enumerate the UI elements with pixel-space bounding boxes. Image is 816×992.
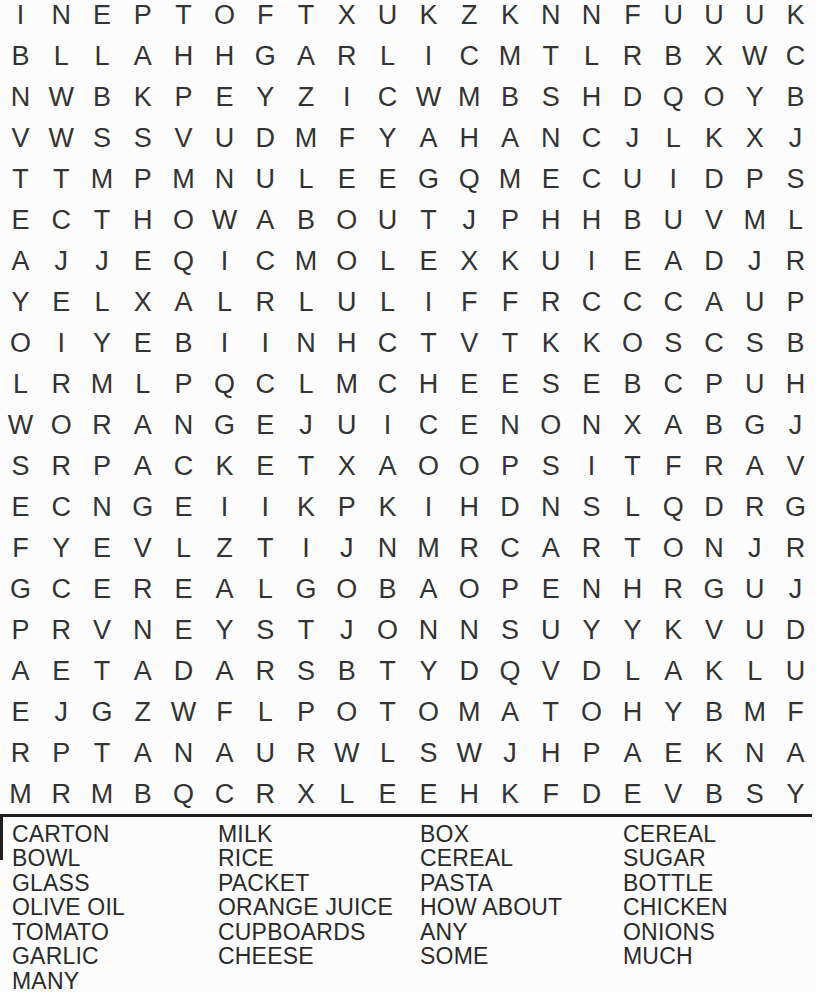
grid-cell-r1c10: U: [367, 0, 408, 36]
grid-cell-r4c14: N: [530, 118, 571, 159]
grid-cell-r9c11: T: [408, 323, 449, 364]
grid-cell-r19c9: W: [326, 733, 367, 774]
grid-cell-r2c19: W: [734, 36, 775, 77]
grid-cell-r5c17: I: [653, 159, 694, 200]
grid-cell-r10c1: L: [0, 364, 41, 405]
grid-cell-r3c9: I: [326, 77, 367, 118]
word-item: CEREAL: [420, 846, 562, 870]
grid-cell-r6c11: T: [408, 200, 449, 241]
grid-cell-r10c12: E: [449, 364, 490, 405]
grid-cell-r1c17: U: [653, 0, 694, 36]
grid-cell-r10c7: C: [245, 364, 286, 405]
word-item: HOW ABOUT: [420, 895, 562, 919]
grid-cell-r8c12: F: [449, 282, 490, 323]
grid-cell-r6c10: U: [367, 200, 408, 241]
grid-cell-r2c18: X: [694, 36, 735, 77]
grid-cell-r15c7: L: [245, 569, 286, 610]
word-list-column-3: BOXCEREALPASTAHOW ABOUTANYSOME: [420, 822, 562, 969]
grid-cell-r13c1: E: [0, 487, 41, 528]
grid-cell-r7c9: O: [326, 241, 367, 282]
grid-cell-r6c9: O: [326, 200, 367, 241]
grid-cell-r8c18: A: [694, 282, 735, 323]
word-item: SOME: [420, 944, 562, 968]
grid-cell-r12c2: R: [41, 446, 82, 487]
grid-cell-r17c15: D: [571, 651, 612, 692]
grid-cell-r14c18: N: [694, 528, 735, 569]
grid-cell-r2c1: B: [0, 36, 41, 77]
grid-cell-r16c10: O: [367, 610, 408, 651]
grid-cell-r17c9: B: [326, 651, 367, 692]
grid-cell-r1c18: U: [694, 0, 735, 36]
grid-cell-r14c5: L: [163, 528, 204, 569]
grid-cell-r17c5: D: [163, 651, 204, 692]
grid-cell-r18c1: E: [0, 692, 41, 733]
grid-cell-r17c7: R: [245, 651, 286, 692]
grid-cell-r4c3: S: [82, 118, 123, 159]
grid-cell-r7c1: A: [0, 241, 41, 282]
grid-cell-r3c15: H: [571, 77, 612, 118]
grid-cell-r8c9: U: [326, 282, 367, 323]
grid-cell-r8c4: X: [122, 282, 163, 323]
grid-cell-r20c12: H: [449, 774, 490, 815]
word-item: BOWL: [12, 846, 125, 870]
grid-cell-r8c5: A: [163, 282, 204, 323]
grid-cell-r12c8: T: [286, 446, 327, 487]
grid-cell-r8c7: R: [245, 282, 286, 323]
grid-cell-r4c12: H: [449, 118, 490, 159]
grid-cell-r20c14: F: [530, 774, 571, 815]
grid-cell-r4c18: K: [694, 118, 735, 159]
grid-cell-r14c2: Y: [41, 528, 82, 569]
grid-cell-r11c7: E: [245, 405, 286, 446]
grid-cell-r11c10: I: [367, 405, 408, 446]
grid-cell-r19c3: T: [82, 733, 123, 774]
grid-cell-r1c20: K: [775, 0, 816, 36]
grid-cell-r7c16: E: [612, 241, 653, 282]
grid-cell-r1c8: T: [286, 0, 327, 36]
grid-cell-r20c7: R: [245, 774, 286, 815]
grid-cell-r5c12: Q: [449, 159, 490, 200]
grid-cell-r15c3: E: [82, 569, 123, 610]
grid-cell-r15c14: E: [530, 569, 571, 610]
grid-cell-r15c17: R: [653, 569, 694, 610]
grid-cell-r20c11: E: [408, 774, 449, 815]
word-item: ANY: [420, 920, 562, 944]
word-item: PASTA: [420, 871, 562, 895]
grid-cell-r15c15: N: [571, 569, 612, 610]
grid-cell-r20c4: B: [122, 774, 163, 815]
grid-cell-r19c7: U: [245, 733, 286, 774]
grid-cell-r11c14: O: [530, 405, 571, 446]
grid-cell-r14c3: E: [82, 528, 123, 569]
grid-cell-r2c5: H: [163, 36, 204, 77]
grid-cell-r10c19: U: [734, 364, 775, 405]
grid-cell-r13c9: P: [326, 487, 367, 528]
grid-cell-r1c2: N: [41, 0, 82, 36]
grid-cell-r10c2: R: [41, 364, 82, 405]
grid-cell-r9c4: E: [122, 323, 163, 364]
grid-cell-r9c20: B: [775, 323, 816, 364]
grid-cell-r10c11: H: [408, 364, 449, 405]
grid-cell-r20c16: E: [612, 774, 653, 815]
grid-cell-r1c4: P: [122, 0, 163, 36]
grid-cell-r13c15: S: [571, 487, 612, 528]
grid-cell-r11c19: G: [734, 405, 775, 446]
grid-cell-r20c1: M: [0, 774, 41, 815]
grid-cell-r18c7: L: [245, 692, 286, 733]
word-item: CHEESE: [218, 944, 393, 968]
grid-cell-r6c4: H: [122, 200, 163, 241]
grid-cell-r15c20: J: [775, 569, 816, 610]
grid-cell-r6c19: M: [734, 200, 775, 241]
grid-cell-r11c12: E: [449, 405, 490, 446]
grid-cell-r18c8: P: [286, 692, 327, 733]
grid-cell-r12c5: C: [163, 446, 204, 487]
word-item: CARTON: [12, 822, 125, 846]
grid-cell-r2c10: L: [367, 36, 408, 77]
grid-cell-r19c20: A: [775, 733, 816, 774]
grid-cell-r6c17: U: [653, 200, 694, 241]
word-item: OLIVE OIL: [12, 895, 125, 919]
grid-cell-r20c10: E: [367, 774, 408, 815]
grid-cell-r20c5: Q: [163, 774, 204, 815]
grid-cell-r16c15: Y: [571, 610, 612, 651]
grid-cell-r17c8: S: [286, 651, 327, 692]
grid-cell-r12c14: S: [530, 446, 571, 487]
grid-cell-r10c13: E: [490, 364, 531, 405]
grid-cell-r5c2: T: [41, 159, 82, 200]
grid-cell-r20c3: M: [82, 774, 123, 815]
grid-cell-r7c15: I: [571, 241, 612, 282]
grid-cell-r6c13: P: [490, 200, 531, 241]
grid-cell-r9c6: I: [204, 323, 245, 364]
grid-cell-r13c3: N: [82, 487, 123, 528]
grid-cell-r3c18: O: [694, 77, 735, 118]
grid-cell-r3c13: B: [490, 77, 531, 118]
word-item: MANY: [12, 969, 125, 992]
grid-cell-r10c16: B: [612, 364, 653, 405]
grid-cell-r20c9: L: [326, 774, 367, 815]
grid-cell-r2c8: A: [286, 36, 327, 77]
grid-cell-r9c16: O: [612, 323, 653, 364]
grid-cell-r13c4: G: [122, 487, 163, 528]
grid-cell-r15c19: U: [734, 569, 775, 610]
grid-cell-r1c6: O: [204, 0, 245, 36]
grid-cell-r14c20: R: [775, 528, 816, 569]
grid-cell-r15c9: O: [326, 569, 367, 610]
grid-cell-r3c4: K: [122, 77, 163, 118]
grid-cell-r19c15: P: [571, 733, 612, 774]
grid-cell-r13c12: H: [449, 487, 490, 528]
grid-cell-r9c19: S: [734, 323, 775, 364]
grid-cell-r14c12: R: [449, 528, 490, 569]
grid-cell-r10c18: P: [694, 364, 735, 405]
grid-cell-r11c18: B: [694, 405, 735, 446]
grid-cell-r11c20: J: [775, 405, 816, 446]
grid-cell-r15c12: O: [449, 569, 490, 610]
grid-cell-r16c20: D: [775, 610, 816, 651]
grid-cell-r17c12: D: [449, 651, 490, 692]
grid-cell-r20c20: Y: [775, 774, 816, 815]
grid-cell-r12c15: I: [571, 446, 612, 487]
grid-cell-r4c13: A: [490, 118, 531, 159]
word-item: MUCH: [623, 944, 728, 968]
grid-cell-r6c18: V: [694, 200, 735, 241]
grid-cell-r3c12: M: [449, 77, 490, 118]
grid-cell-r15c6: A: [204, 569, 245, 610]
grid-cell-r13c20: G: [775, 487, 816, 528]
grid-cell-r10c6: Q: [204, 364, 245, 405]
grid-cell-r19c2: P: [41, 733, 82, 774]
grid-cell-r19c16: A: [612, 733, 653, 774]
grid-cell-r4c20: J: [775, 118, 816, 159]
word-item: CUPBOARDS: [218, 920, 393, 944]
grid-cell-r10c10: C: [367, 364, 408, 405]
grid-cell-r18c16: H: [612, 692, 653, 733]
grid-cell-r5c13: M: [490, 159, 531, 200]
grid-cell-r18c18: B: [694, 692, 735, 733]
grid-cell-r14c10: N: [367, 528, 408, 569]
grid-cell-r1c19: U: [734, 0, 775, 36]
grid-cell-r18c2: J: [41, 692, 82, 733]
grid-cell-r2c2: L: [41, 36, 82, 77]
grid-cell-r3c2: W: [41, 77, 82, 118]
grid-cell-r3c10: C: [367, 77, 408, 118]
grid-cell-r6c2: C: [41, 200, 82, 241]
grid-cell-r5c4: P: [122, 159, 163, 200]
grid-cell-r7c8: M: [286, 241, 327, 282]
grid-cell-r8c17: C: [653, 282, 694, 323]
grid-cell-r9c17: S: [653, 323, 694, 364]
grid-cell-r4c15: C: [571, 118, 612, 159]
grid-cell-r12c10: A: [367, 446, 408, 487]
grid-cell-r17c13: Q: [490, 651, 531, 692]
grid-cell-r3c17: Q: [653, 77, 694, 118]
grid-cell-r2c12: C: [449, 36, 490, 77]
grid-cell-r11c6: G: [204, 405, 245, 446]
grid-cell-r4c7: D: [245, 118, 286, 159]
grid-cell-r7c19: J: [734, 241, 775, 282]
grid-cell-r5c9: E: [326, 159, 367, 200]
grid-cell-r11c5: N: [163, 405, 204, 446]
grid-cell-r18c3: G: [82, 692, 123, 733]
grid-cell-r7c2: J: [41, 241, 82, 282]
grid-cell-r12c20: V: [775, 446, 816, 487]
grid-cell-r6c20: L: [775, 200, 816, 241]
grid-cell-r7c5: Q: [163, 241, 204, 282]
grid-cell-r17c18: K: [694, 651, 735, 692]
grid-cell-r19c18: K: [694, 733, 735, 774]
grid-cell-r18c5: W: [163, 692, 204, 733]
grid-cell-r19c19: N: [734, 733, 775, 774]
grid-cell-r17c16: L: [612, 651, 653, 692]
grid-cell-r7c17: A: [653, 241, 694, 282]
grid-cell-r5c16: U: [612, 159, 653, 200]
grid-cell-r2c7: G: [245, 36, 286, 77]
grid-cell-r15c1: G: [0, 569, 41, 610]
grid-cell-r4c9: F: [326, 118, 367, 159]
grid-cell-r14c9: J: [326, 528, 367, 569]
grid-cell-r12c12: O: [449, 446, 490, 487]
grid-cell-r3c20: B: [775, 77, 816, 118]
grid-cell-r2c17: B: [653, 36, 694, 77]
grid-cell-r3c5: P: [163, 77, 204, 118]
grid-cell-r17c17: A: [653, 651, 694, 692]
grid-cell-r12c4: A: [122, 446, 163, 487]
grid-cell-r6c15: H: [571, 200, 612, 241]
grid-cell-r6c1: E: [0, 200, 41, 241]
grid-cell-r18c9: O: [326, 692, 367, 733]
grid-cell-r13c8: K: [286, 487, 327, 528]
grid-cell-r12c13: P: [490, 446, 531, 487]
grid-cell-r13c2: C: [41, 487, 82, 528]
grid-cell-r15c5: E: [163, 569, 204, 610]
grid-cell-r11c3: R: [82, 405, 123, 446]
grid-cell-r2c13: M: [490, 36, 531, 77]
grid-cell-r8c8: L: [286, 282, 327, 323]
grid-cell-r18c14: T: [530, 692, 571, 733]
grid-cell-r12c6: K: [204, 446, 245, 487]
grid-cell-r18c15: O: [571, 692, 612, 733]
grid-cell-r10c9: M: [326, 364, 367, 405]
grid-cell-r7c20: R: [775, 241, 816, 282]
grid-cell-r19c17: E: [653, 733, 694, 774]
grid-cell-r12c1: S: [0, 446, 41, 487]
word-item: RICE: [218, 846, 393, 870]
grid-cell-r6c3: T: [82, 200, 123, 241]
grid-cell-r10c4: L: [122, 364, 163, 405]
grid-cell-r16c7: S: [245, 610, 286, 651]
grid-cell-r13c17: Q: [653, 487, 694, 528]
grid-cell-r16c5: E: [163, 610, 204, 651]
grid-cell-r9c8: N: [286, 323, 327, 364]
grid-cell-r5c6: N: [204, 159, 245, 200]
grid-cell-r2c3: L: [82, 36, 123, 77]
grid-cell-r5c3: M: [82, 159, 123, 200]
grid-cell-r18c11: O: [408, 692, 449, 733]
grid-cell-r16c6: Y: [204, 610, 245, 651]
grid-cell-r8c14: R: [530, 282, 571, 323]
grid-cell-r16c11: N: [408, 610, 449, 651]
grid-cell-r13c14: N: [530, 487, 571, 528]
grid-cell-r16c13: S: [490, 610, 531, 651]
grid-cell-r2c16: R: [612, 36, 653, 77]
grid-cell-r4c8: M: [286, 118, 327, 159]
grid-cell-r18c4: Z: [122, 692, 163, 733]
grid-cell-r7c7: C: [245, 241, 286, 282]
grid-cell-r6c5: O: [163, 200, 204, 241]
grid-cell-r19c12: W: [449, 733, 490, 774]
grid-cell-r13c16: L: [612, 487, 653, 528]
grid-cell-r14c7: T: [245, 528, 286, 569]
grid-cell-r14c11: M: [408, 528, 449, 569]
word-item: ORANGE JUICE: [218, 895, 393, 919]
grid-cell-r4c1: V: [0, 118, 41, 159]
word-list-column-4: CEREALSUGARBOTTLECHICKENONIONSMUCH: [623, 822, 728, 969]
grid-cell-r3c7: Y: [245, 77, 286, 118]
grid-cell-r8c10: L: [367, 282, 408, 323]
grid-cell-r1c1: I: [0, 0, 41, 36]
word-search-grid: INEPTOFTXUKZKNNFUUUKBLLAHHGARLICMTLRBXWC…: [0, 0, 816, 815]
grid-cell-r12c16: T: [612, 446, 653, 487]
grid-cell-r18c6: F: [204, 692, 245, 733]
grid-cell-r8c15: C: [571, 282, 612, 323]
grid-cell-r13c13: D: [490, 487, 531, 528]
grid-cell-r17c19: L: [734, 651, 775, 692]
word-item: GARLIC: [12, 944, 125, 968]
grid-cell-r20c19: S: [734, 774, 775, 815]
grid-cell-r9c12: V: [449, 323, 490, 364]
grid-cell-r9c13: T: [490, 323, 531, 364]
grid-cell-r11c4: A: [122, 405, 163, 446]
grid-cell-r19c14: H: [530, 733, 571, 774]
grid-cell-r16c9: J: [326, 610, 367, 651]
grid-cell-r15c18: G: [694, 569, 735, 610]
grid-cell-r1c15: N: [571, 0, 612, 36]
grid-cell-r11c13: N: [490, 405, 531, 446]
grid-cell-r14c4: V: [122, 528, 163, 569]
grid-cell-r19c10: L: [367, 733, 408, 774]
grid-cell-r8c11: I: [408, 282, 449, 323]
grid-cell-r12c18: R: [694, 446, 735, 487]
grid-cell-r10c20: H: [775, 364, 816, 405]
grid-cell-r6c14: H: [530, 200, 571, 241]
grid-cell-r18c17: Y: [653, 692, 694, 733]
grid-cell-r10c8: L: [286, 364, 327, 405]
grid-cell-r16c3: V: [82, 610, 123, 651]
grid-cell-r2c9: R: [326, 36, 367, 77]
grid-cell-r7c18: D: [694, 241, 735, 282]
grid-cell-r19c8: R: [286, 733, 327, 774]
grid-cell-r10c14: S: [530, 364, 571, 405]
grid-cell-r12c17: F: [653, 446, 694, 487]
grid-cell-r20c17: V: [653, 774, 694, 815]
grid-cell-r16c1: P: [0, 610, 41, 651]
grid-cell-r1c13: K: [490, 0, 531, 36]
grid-cell-r5c11: G: [408, 159, 449, 200]
grid-cell-r7c6: I: [204, 241, 245, 282]
grid-cell-r17c3: T: [82, 651, 123, 692]
grid-cell-r13c11: I: [408, 487, 449, 528]
grid-cell-r18c10: T: [367, 692, 408, 733]
grid-cell-r19c13: J: [490, 733, 531, 774]
grid-cell-r17c2: E: [41, 651, 82, 692]
grid-cell-r14c6: Z: [204, 528, 245, 569]
grid-cell-r7c12: X: [449, 241, 490, 282]
word-list-column-2: MILKRICEPACKETORANGE JUICECUPBOARDSCHEES…: [218, 822, 393, 969]
grid-cell-r15c11: A: [408, 569, 449, 610]
grid-cell-r20c6: C: [204, 774, 245, 815]
grid-cell-r4c11: A: [408, 118, 449, 159]
grid-cell-r8c3: L: [82, 282, 123, 323]
grid-cell-r11c2: O: [41, 405, 82, 446]
grid-cell-r13c5: E: [163, 487, 204, 528]
word-item: BOX: [420, 822, 562, 846]
grid-cell-r13c7: I: [245, 487, 286, 528]
word-item: SUGAR: [623, 846, 728, 870]
grid-cell-r1c7: F: [245, 0, 286, 36]
grid-cell-r4c5: V: [163, 118, 204, 159]
grid-cell-r17c10: T: [367, 651, 408, 692]
grid-cell-r5c14: E: [530, 159, 571, 200]
grid-cell-r9c10: C: [367, 323, 408, 364]
grid-cell-r1c12: Z: [449, 0, 490, 36]
grid-cell-r16c8: T: [286, 610, 327, 651]
grid-cell-r6c16: B: [612, 200, 653, 241]
grid-cell-r20c15: D: [571, 774, 612, 815]
grid-cell-r20c18: B: [694, 774, 735, 815]
grid-cell-r17c20: U: [775, 651, 816, 692]
